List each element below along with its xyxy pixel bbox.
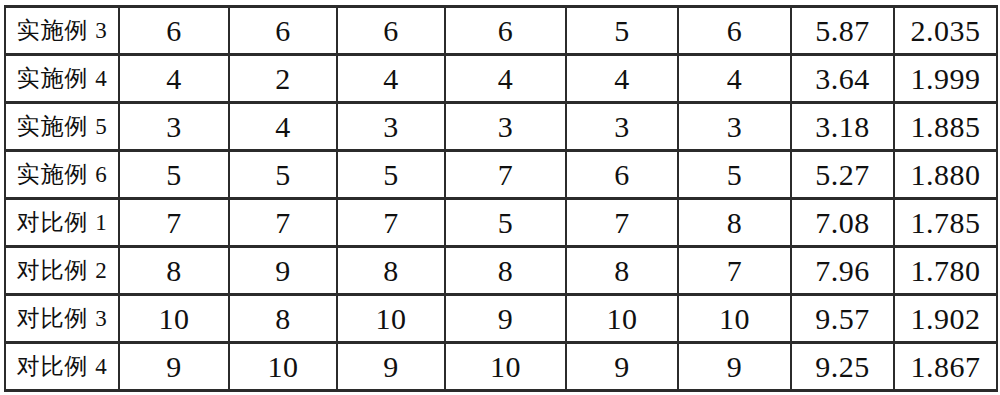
value-cell: 9 [678,343,791,391]
value-cell: 9 [337,343,445,391]
value-cell: 6 [445,7,566,55]
value-cell: 4 [566,55,678,103]
value-cell: 7 [445,151,566,199]
value-cell: 5 [445,199,566,247]
value-cell: 4 [337,55,445,103]
value-cell: 9.25 [791,343,894,391]
table-body: 实施例 36666565.872.035实施例 44244443.641.999… [5,7,997,391]
value-cell: 8 [229,295,337,343]
value-cell: 10 [445,343,566,391]
value-cell: 5.27 [791,151,894,199]
row-label: 对比例 3 [5,295,119,343]
table-row: 实施例 65557655.271.880 [5,151,997,199]
value-cell: 5 [119,151,229,199]
value-cell: 5 [678,151,791,199]
value-cell: 8 [678,199,791,247]
table-row: 实施例 44244443.641.999 [5,55,997,103]
value-cell: 3 [445,103,566,151]
table-row: 实施例 36666565.872.035 [5,7,997,55]
value-cell: 8 [337,247,445,295]
value-cell: 10 [119,295,229,343]
value-cell: 10 [566,295,678,343]
table-row: 对比例 4910910999.251.867 [5,343,997,391]
value-cell: 7 [566,199,678,247]
row-label: 对比例 4 [5,343,119,391]
value-cell: 1.902 [894,295,997,343]
value-cell: 7 [678,247,791,295]
row-label: 实施例 3 [5,7,119,55]
value-cell: 6 [229,7,337,55]
value-cell: 7 [337,199,445,247]
value-cell: 10 [337,295,445,343]
table-row: 实施例 53433333.181.885 [5,103,997,151]
value-cell: 6 [566,151,678,199]
value-cell: 1.880 [894,151,997,199]
table-row: 对比例 310810910109.571.902 [5,295,997,343]
value-cell: 3 [337,103,445,151]
value-cell: 9.57 [791,295,894,343]
value-cell: 1.785 [894,199,997,247]
row-label: 对比例 2 [5,247,119,295]
value-cell: 4 [445,55,566,103]
value-cell: 4 [678,55,791,103]
value-cell: 8 [119,247,229,295]
value-cell: 8 [566,247,678,295]
value-cell: 5.87 [791,7,894,55]
value-cell: 5 [566,7,678,55]
row-label: 实施例 4 [5,55,119,103]
value-cell: 5 [337,151,445,199]
value-cell: 4 [119,55,229,103]
table-row: 对比例 17775787.081.785 [5,199,997,247]
value-cell: 2 [229,55,337,103]
value-cell: 8 [445,247,566,295]
value-cell: 7.96 [791,247,894,295]
document-page: 实施例 36666565.872.035实施例 44244443.641.999… [0,0,1000,395]
value-cell: 3 [566,103,678,151]
value-cell: 10 [678,295,791,343]
value-cell: 3 [119,103,229,151]
value-cell: 1.999 [894,55,997,103]
value-cell: 6 [119,7,229,55]
value-cell: 5 [229,151,337,199]
row-label: 对比例 1 [5,199,119,247]
value-cell: 4 [229,103,337,151]
row-label: 实施例 6 [5,151,119,199]
value-cell: 9 [229,247,337,295]
value-cell: 1.780 [894,247,997,295]
row-label: 实施例 5 [5,103,119,151]
value-cell: 6 [337,7,445,55]
value-cell: 7 [229,199,337,247]
value-cell: 7 [119,199,229,247]
value-cell: 9 [566,343,678,391]
value-cell: 3.18 [791,103,894,151]
value-cell: 6 [678,7,791,55]
table-row: 对比例 28988877.961.780 [5,247,997,295]
value-cell: 1.867 [894,343,997,391]
value-cell: 1.885 [894,103,997,151]
value-cell: 9 [445,295,566,343]
value-cell: 3 [678,103,791,151]
value-cell: 10 [229,343,337,391]
results-table: 实施例 36666565.872.035实施例 44244443.641.999… [4,5,998,392]
value-cell: 3.64 [791,55,894,103]
value-cell: 9 [119,343,229,391]
value-cell: 2.035 [894,7,997,55]
value-cell: 7.08 [791,199,894,247]
